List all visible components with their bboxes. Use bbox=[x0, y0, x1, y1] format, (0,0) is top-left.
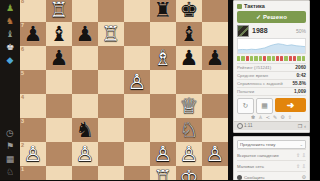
stat-value: 0:42 bbox=[296, 73, 306, 78]
video-black-edge bbox=[310, 0, 320, 180]
logo-pawn-icon[interactable]: ♟ bbox=[3, 3, 17, 14]
stat-value: 2060 bbox=[295, 65, 306, 70]
piece-white-pawn-a2[interactable]: ♙ bbox=[24, 143, 43, 164]
piece-white-rook-f1[interactable]: ♖ bbox=[154, 167, 173, 181]
solved-status: ✓ Решено bbox=[237, 11, 306, 23]
upload-icon[interactable]: ⇧ bbox=[288, 114, 292, 120]
tag-row: Вскрытое нападение ⇧ ⇩ bbox=[237, 150, 306, 161]
tag-label: Вскрытое нападение bbox=[237, 153, 295, 158]
square-d4[interactable] bbox=[98, 94, 124, 118]
clock-icon bbox=[237, 123, 243, 129]
square-d2[interactable] bbox=[98, 142, 124, 166]
square-f2[interactable]: ♙ bbox=[150, 142, 176, 166]
tag-row: Матовая сеть ⇧ ⇩ bbox=[237, 161, 306, 172]
stat-value: 55.8% bbox=[292, 81, 306, 86]
square-a3[interactable]: 3 bbox=[20, 118, 46, 142]
history-green-square[interactable] bbox=[259, 56, 262, 61]
history-red-square[interactable] bbox=[280, 56, 283, 61]
square-e5[interactable]: ♙ bbox=[124, 70, 150, 94]
square-g3[interactable]: ♘ bbox=[176, 118, 202, 142]
square-d8[interactable] bbox=[98, 0, 124, 22]
collapse-icon[interactable]: ‹ bbox=[304, 123, 306, 129]
stat-label: Среднее время bbox=[237, 73, 268, 78]
piece-white-rook-b8[interactable]: ♖ bbox=[50, 0, 69, 20]
rank-label: 8 bbox=[21, 0, 24, 4]
square-c8[interactable] bbox=[72, 0, 98, 22]
history-red-square[interactable] bbox=[289, 56, 292, 61]
square-h6[interactable]: ♟ bbox=[202, 46, 228, 70]
square-b4[interactable] bbox=[46, 94, 72, 118]
square-c7[interactable]: ♟ bbox=[72, 22, 98, 46]
rating-sparkline-chart bbox=[237, 38, 306, 54]
square-e3[interactable] bbox=[124, 118, 150, 142]
stats-list: Рейтинг (#51241)2060Среднее время0:42Спр… bbox=[237, 63, 306, 96]
settings-icon[interactable]: ⚙ bbox=[280, 114, 284, 120]
square-h2[interactable]: ♙ bbox=[202, 142, 228, 166]
piece-white-pawn-c2[interactable]: ♙ bbox=[76, 143, 95, 164]
piece-white-rook-d7[interactable]: ♖ bbox=[102, 23, 121, 44]
piece-black-pawn-b6[interactable]: ♟ bbox=[50, 47, 69, 68]
square-b3[interactable] bbox=[46, 118, 72, 142]
square-d3[interactable] bbox=[98, 118, 124, 142]
stat-row: Рейтинг (#51241)2060 bbox=[237, 64, 306, 72]
piece-white-queen-g4[interactable]: ♕ bbox=[180, 95, 199, 116]
stat-value: 1,009 bbox=[294, 89, 306, 94]
action-buttons: ↻ ▦ ➜ bbox=[237, 98, 306, 112]
square-f1[interactable]: ♖ bbox=[150, 166, 176, 180]
piece-black-knight-c3[interactable]: ♞ bbox=[76, 119, 95, 140]
square-e7[interactable] bbox=[124, 22, 150, 46]
square-c1[interactable] bbox=[72, 166, 98, 180]
square-e8[interactable] bbox=[124, 0, 150, 22]
stat-row: Попытки1,009 bbox=[237, 88, 306, 96]
piece-black-pawn-g6[interactable]: ♟ bbox=[180, 47, 199, 68]
grid-icon[interactable]: ▦ bbox=[3, 154, 17, 165]
square-b1[interactable] bbox=[46, 166, 72, 180]
panel-footer: 1:11 ❐ ‹ bbox=[234, 121, 309, 130]
puzzle-success-percent: 50% bbox=[296, 28, 306, 34]
piece-white-pawn-g2[interactable]: ♙ bbox=[180, 143, 199, 164]
square-a8[interactable]: 8 bbox=[20, 0, 46, 22]
panel-title: Тактика bbox=[244, 3, 265, 9]
thumbs-up-icon[interactable]: ⇧ bbox=[296, 152, 300, 158]
report-icon[interactable] bbox=[237, 175, 242, 180]
gear-icon[interactable]: ⚙ bbox=[302, 174, 306, 180]
piece-black-king-g8[interactable]: ♚ bbox=[180, 0, 199, 20]
square-h7[interactable] bbox=[202, 22, 228, 46]
history-green-square[interactable] bbox=[272, 56, 275, 61]
report-row: Сообщить ⚙ bbox=[237, 172, 306, 180]
square-e2[interactable] bbox=[124, 142, 150, 166]
rank-label: 3 bbox=[21, 118, 24, 124]
friends-icon[interactable]: ♙ bbox=[258, 114, 262, 120]
check-icon: ✓ bbox=[256, 13, 261, 20]
learn-bishop-icon[interactable]: ♝ bbox=[3, 29, 17, 40]
square-d6[interactable] bbox=[98, 46, 124, 70]
rank-label: 1 bbox=[21, 166, 24, 172]
square-f7[interactable] bbox=[150, 22, 176, 46]
square-c4[interactable] bbox=[72, 94, 98, 118]
piece-white-king-g1[interactable]: ♔ bbox=[180, 167, 199, 181]
square-g1[interactable]: ♔ bbox=[176, 166, 202, 180]
square-g8[interactable]: ♚ bbox=[176, 0, 202, 22]
next-puzzle-button[interactable]: ➜ bbox=[275, 98, 306, 112]
square-e1[interactable] bbox=[124, 166, 150, 180]
piece-white-pawn-f2[interactable]: ♙ bbox=[154, 143, 173, 164]
tactics-panel: Тактика ✓ Решено 1988 50% Рейтинг (#5124… bbox=[233, 0, 310, 180]
square-g5[interactable] bbox=[176, 70, 202, 94]
comment-icon[interactable]: ✽ bbox=[251, 114, 255, 120]
square-c3[interactable]: ♞ bbox=[72, 118, 98, 142]
premium-diamond-icon[interactable]: ◆ bbox=[3, 55, 17, 66]
square-f6[interactable]: ♗ bbox=[150, 46, 176, 70]
rank-label: 6 bbox=[21, 46, 24, 52]
square-c6[interactable] bbox=[72, 46, 98, 70]
history-green-square[interactable] bbox=[254, 56, 257, 61]
share-icon[interactable]: ≺ bbox=[266, 114, 270, 120]
stat-label: Справляюсь с задачей bbox=[237, 81, 283, 86]
tactics-card: Тактика ✓ Решено 1988 50% Рейтинг (#5124… bbox=[233, 0, 310, 133]
rank-label: 5 bbox=[21, 70, 24, 76]
square-e6[interactable] bbox=[124, 46, 150, 70]
history-red-square[interactable] bbox=[293, 56, 296, 61]
square-h8[interactable] bbox=[202, 0, 228, 22]
clock-icon[interactable]: ◷ bbox=[3, 128, 17, 139]
king-icon[interactable]: ♚ bbox=[3, 42, 17, 53]
suggest-theme-label: Предложить тему bbox=[240, 142, 275, 147]
square-d1[interactable] bbox=[98, 166, 124, 180]
square-g2[interactable]: ♙ bbox=[176, 142, 202, 166]
puzzle-rating-row: 1988 50% bbox=[237, 25, 306, 37]
attempt-history bbox=[237, 56, 306, 61]
tool-icon-row: ✽♙≺✎⚙⇧ bbox=[237, 113, 306, 121]
piece-black-pawn-h6[interactable]: ♟ bbox=[206, 47, 225, 68]
square-h3[interactable] bbox=[202, 118, 228, 142]
square-a1[interactable]: 1 bbox=[20, 166, 46, 180]
panel-header: Тактика bbox=[237, 3, 306, 10]
history-green-square[interactable] bbox=[297, 56, 300, 61]
thumbs-down-icon[interactable]: ⇩ bbox=[302, 152, 306, 158]
puzzle-rating: 1988 bbox=[252, 27, 296, 34]
stat-label: Попытки bbox=[237, 89, 254, 94]
history-green-square[interactable] bbox=[237, 56, 240, 61]
history-green-square[interactable] bbox=[302, 56, 305, 61]
edit-icon[interactable]: ✎ bbox=[273, 114, 277, 120]
square-a4[interactable]: 4 bbox=[20, 94, 46, 118]
retry-button[interactable]: ↻ bbox=[237, 98, 254, 114]
square-e4[interactable] bbox=[124, 94, 150, 118]
square-g6[interactable]: ♟ bbox=[176, 46, 202, 70]
piece-black-bishop-b7[interactable]: ♝ bbox=[50, 23, 69, 44]
puzzle-thumbnail[interactable] bbox=[237, 25, 249, 37]
square-c2[interactable]: ♙ bbox=[72, 142, 98, 166]
piece-white-bishop-f6[interactable]: ♗ bbox=[154, 47, 173, 68]
square-b2[interactable] bbox=[46, 142, 72, 166]
thumbs-up-icon[interactable]: ⇧ bbox=[296, 163, 300, 169]
stat-row: Среднее время0:42 bbox=[237, 72, 306, 80]
square-a6[interactable]: 6 bbox=[20, 46, 46, 70]
square-f4[interactable] bbox=[150, 94, 176, 118]
time-value: 1:11 bbox=[244, 123, 252, 128]
square-a5[interactable]: 5 bbox=[20, 70, 46, 94]
piece-black-pawn-a7[interactable]: ♟ bbox=[24, 23, 43, 44]
analysis-board-icon[interactable]: ❐ bbox=[298, 123, 302, 129]
chess-board[interactable]: 8♖♜♚7♟♝♟♖♝6♟♗♟♟5♙4♕3♞♘2♙♙♙♙♙1♖♔ bbox=[20, 0, 228, 180]
square-h1[interactable] bbox=[202, 166, 228, 180]
square-b6[interactable]: ♟ bbox=[46, 46, 72, 70]
stat-label: Рейтинг (#51241) bbox=[237, 65, 271, 70]
play-knight-icon[interactable]: ♞ bbox=[3, 16, 17, 27]
square-c5[interactable] bbox=[72, 70, 98, 94]
square-f5[interactable] bbox=[150, 70, 176, 94]
thumbs-down-icon[interactable]: ⇩ bbox=[302, 163, 306, 169]
analysis-button[interactable]: ▦ bbox=[256, 98, 273, 114]
suggest-theme-row[interactable]: Предложить тему ⌄ bbox=[237, 139, 306, 150]
history-green-square[interactable] bbox=[284, 56, 287, 61]
square-d7[interactable]: ♖ bbox=[98, 22, 124, 46]
history-green-square[interactable] bbox=[267, 56, 270, 61]
history-red-square[interactable] bbox=[263, 56, 266, 61]
square-b5[interactable] bbox=[46, 70, 72, 94]
square-g4[interactable]: ♕ bbox=[176, 94, 202, 118]
square-b8[interactable]: ♖ bbox=[46, 0, 72, 22]
flag-icon[interactable]: ⚑ bbox=[3, 141, 17, 152]
piece-white-pawn-e5[interactable]: ♙ bbox=[128, 71, 147, 92]
piece-black-pawn-c7[interactable]: ♟ bbox=[76, 23, 95, 44]
history-green-square[interactable] bbox=[250, 56, 253, 61]
tactics-icon bbox=[237, 4, 242, 9]
chevron-down-icon: ⌄ bbox=[299, 142, 303, 147]
piece-black-bishop-g7[interactable]: ♝ bbox=[180, 23, 199, 44]
square-g7[interactable]: ♝ bbox=[176, 22, 202, 46]
piece-black-rook-f8[interactable]: ♜ bbox=[154, 0, 173, 20]
tag-label: Матовая сеть bbox=[237, 164, 295, 169]
history-red-square[interactable] bbox=[246, 56, 249, 61]
piece-white-knight-g3[interactable]: ♘ bbox=[180, 119, 199, 140]
square-h4[interactable] bbox=[202, 94, 228, 118]
square-d5[interactable] bbox=[98, 70, 124, 94]
square-h5[interactable] bbox=[202, 70, 228, 94]
solved-label: Решено bbox=[263, 14, 287, 20]
history-red-square[interactable] bbox=[276, 56, 279, 61]
report-label[interactable]: Сообщить bbox=[244, 175, 302, 180]
tags-card: Предложить тему ⌄ Вскрытое нападение ⇧ ⇩… bbox=[233, 136, 310, 180]
knight-outline-icon[interactable]: ♘ bbox=[3, 167, 17, 178]
square-a2[interactable]: 2♙ bbox=[20, 142, 46, 166]
piece-white-pawn-h2[interactable]: ♙ bbox=[206, 143, 225, 164]
elapsed-time: 1:11 bbox=[237, 123, 252, 129]
rank-label: 4 bbox=[21, 94, 24, 100]
stat-row: Справляюсь с задачей55.8% bbox=[237, 80, 306, 88]
square-a7[interactable]: 7♟ bbox=[20, 22, 46, 46]
square-b7[interactable]: ♝ bbox=[46, 22, 72, 46]
square-f3[interactable] bbox=[150, 118, 176, 142]
history-green-square[interactable] bbox=[241, 56, 244, 61]
square-f8[interactable]: ♜ bbox=[150, 0, 176, 22]
left-nav-sidebar: ♟♞♝♚◆◷⚑▦♘ bbox=[0, 0, 20, 180]
